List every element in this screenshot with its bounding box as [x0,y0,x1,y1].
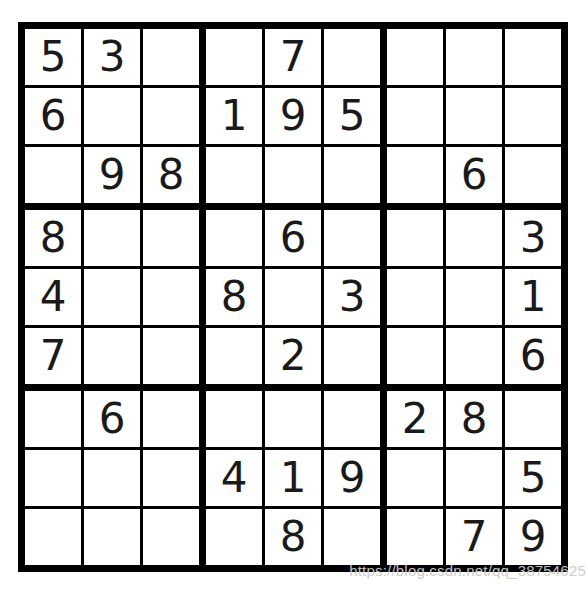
sudoku-cell-given: 1 [265,450,324,509]
sudoku-cell-empty[interactable] [387,450,446,509]
sudoku-cell-empty[interactable] [84,269,143,328]
sudoku-cell-given: 9 [84,147,143,210]
sudoku-cell-empty[interactable] [143,328,206,391]
sudoku-cell-given: 7 [25,328,84,391]
sudoku-cell-given: 5 [25,29,84,88]
sudoku-cell-empty[interactable] [505,147,561,210]
sudoku-cell-empty[interactable] [324,391,387,450]
sudoku-cell-empty[interactable] [387,29,446,88]
sudoku-cell-empty[interactable] [143,88,206,147]
sudoku-cell-empty[interactable] [206,147,265,210]
sudoku-cell-given: 5 [324,88,387,147]
sudoku-cell-given: 6 [505,328,561,391]
sudoku-cell-empty[interactable] [446,29,505,88]
sudoku-cell-empty[interactable] [143,450,206,509]
sudoku-cell-given: 6 [84,391,143,450]
sudoku-cell-empty[interactable] [206,328,265,391]
sudoku-cell-empty[interactable] [143,509,206,565]
sudoku-cell-given: 8 [206,269,265,328]
sudoku-cell-empty[interactable] [25,509,84,565]
sudoku-cell-empty[interactable] [446,450,505,509]
sudoku-cell-empty[interactable] [324,509,387,565]
sudoku-cell-empty[interactable] [25,147,84,210]
sudoku-cell-empty[interactable] [265,391,324,450]
sudoku-cell-empty[interactable] [143,391,206,450]
sudoku-cell-empty[interactable] [265,269,324,328]
sudoku-cell-given: 6 [265,210,324,269]
sudoku-cell-empty[interactable] [206,391,265,450]
sudoku-cell-given: 5 [505,450,561,509]
sudoku-cell-empty[interactable] [324,29,387,88]
sudoku-cell-empty[interactable] [446,88,505,147]
sudoku-cell-empty[interactable] [505,88,561,147]
sudoku-cell-given: 6 [446,147,505,210]
sudoku-cell-empty[interactable] [324,328,387,391]
sudoku-cell-empty[interactable] [206,210,265,269]
sudoku-cell-empty[interactable] [505,29,561,88]
sudoku-cell-given: 8 [446,391,505,450]
sudoku-cell-given: 9 [505,509,561,565]
sudoku-cell-empty[interactable] [446,328,505,391]
sudoku-cell-given: 8 [143,147,206,210]
sudoku-cell-given: 2 [387,391,446,450]
sudoku-cell-empty[interactable] [446,269,505,328]
sudoku-cell-empty[interactable] [25,391,84,450]
sudoku-cell-empty[interactable] [143,29,206,88]
sudoku-cell-empty[interactable] [387,88,446,147]
sudoku-cell-empty[interactable] [143,269,206,328]
sudoku-cell-given: 6 [25,88,84,147]
sudoku-cell-empty[interactable] [505,391,561,450]
sudoku-cell-given: 9 [324,450,387,509]
sudoku-cell-empty[interactable] [265,147,324,210]
sudoku-cell-empty[interactable] [446,210,505,269]
sudoku-cell-empty[interactable] [387,147,446,210]
sudoku-cell-empty[interactable] [206,509,265,565]
sudoku-cell-empty[interactable] [25,450,84,509]
sudoku-cell-given: 1 [505,269,561,328]
sudoku-board: 537619598686348317266284195879 [18,22,568,572]
sudoku-cell-empty[interactable] [324,147,387,210]
sudoku-cell-given: 8 [265,509,324,565]
sudoku-cell-empty[interactable] [143,210,206,269]
sudoku-cell-empty[interactable] [324,210,387,269]
sudoku-cell-given: 2 [265,328,324,391]
sudoku-cell-empty[interactable] [84,509,143,565]
sudoku-cell-given: 3 [505,210,561,269]
sudoku-cell-empty[interactable] [84,88,143,147]
sudoku-cell-empty[interactable] [387,509,446,565]
sudoku-cell-given: 8 [25,210,84,269]
sudoku-cell-empty[interactable] [387,210,446,269]
sudoku-cell-empty[interactable] [84,328,143,391]
sudoku-cell-given: 3 [324,269,387,328]
sudoku-cell-given: 4 [25,269,84,328]
sudoku-cell-given: 7 [265,29,324,88]
sudoku-cell-given: 7 [446,509,505,565]
sudoku-cell-given: 9 [265,88,324,147]
sudoku-cell-empty[interactable] [387,269,446,328]
sudoku-cell-given: 1 [206,88,265,147]
sudoku-cell-given: 3 [84,29,143,88]
sudoku-cell-empty[interactable] [84,210,143,269]
sudoku-cell-empty[interactable] [84,450,143,509]
sudoku-cell-empty[interactable] [387,328,446,391]
sudoku-cell-given: 4 [206,450,265,509]
sudoku-cell-empty[interactable] [206,29,265,88]
